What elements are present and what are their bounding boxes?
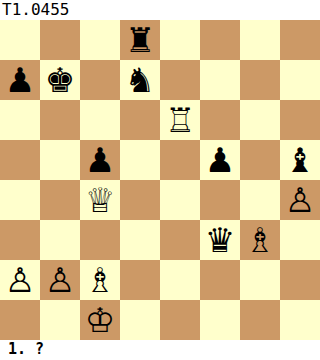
square-f7[interactable] [200, 60, 240, 100]
square-c7[interactable] [80, 60, 120, 100]
square-e1[interactable] [160, 300, 200, 340]
piece-white-pawn-b2[interactable]: ♙ [45, 260, 75, 300]
piece-black-rook-d8[interactable]: ♜ [125, 20, 155, 60]
square-g2[interactable] [240, 260, 280, 300]
square-b5[interactable] [40, 140, 80, 180]
square-f5[interactable]: ♟ [200, 140, 240, 180]
square-b1[interactable] [40, 300, 80, 340]
square-f6[interactable] [200, 100, 240, 140]
square-a1[interactable] [0, 300, 40, 340]
square-c5[interactable]: ♟ [80, 140, 120, 180]
square-d6[interactable] [120, 100, 160, 140]
square-a7[interactable]: ♟ [0, 60, 40, 100]
piece-black-pawn-f5[interactable]: ♟ [205, 140, 235, 180]
square-h3[interactable] [280, 220, 320, 260]
square-c4[interactable]: ♕ [80, 180, 120, 220]
chess-board: ♜♟♚♞♖♟♟♝♕♙♛♗♙♙♗♔ [0, 20, 320, 340]
piece-white-pawn-a2[interactable]: ♙ [5, 260, 35, 300]
square-f4[interactable] [200, 180, 240, 220]
square-c3[interactable] [80, 220, 120, 260]
piece-white-king-c1[interactable]: ♔ [85, 300, 115, 340]
square-b3[interactable] [40, 220, 80, 260]
square-b6[interactable] [40, 100, 80, 140]
piece-black-bishop-h5[interactable]: ♝ [285, 140, 315, 180]
square-g4[interactable] [240, 180, 280, 220]
square-a2[interactable]: ♙ [0, 260, 40, 300]
square-e4[interactable] [160, 180, 200, 220]
move-prompt: 1. ? [0, 340, 320, 360]
square-e3[interactable] [160, 220, 200, 260]
square-a8[interactable] [0, 20, 40, 60]
square-e7[interactable] [160, 60, 200, 100]
piece-black-pawn-c5[interactable]: ♟ [85, 140, 115, 180]
square-d2[interactable] [120, 260, 160, 300]
square-h5[interactable]: ♝ [280, 140, 320, 180]
square-a4[interactable] [0, 180, 40, 220]
square-h1[interactable] [280, 300, 320, 340]
square-b2[interactable]: ♙ [40, 260, 80, 300]
puzzle-id-label: T1.0455 [0, 0, 320, 20]
square-a5[interactable] [0, 140, 40, 180]
square-e2[interactable] [160, 260, 200, 300]
square-h4[interactable]: ♙ [280, 180, 320, 220]
square-f3[interactable]: ♛ [200, 220, 240, 260]
piece-white-bishop-c2[interactable]: ♗ [85, 260, 115, 300]
square-d8[interactable]: ♜ [120, 20, 160, 60]
square-c6[interactable] [80, 100, 120, 140]
square-d4[interactable] [120, 180, 160, 220]
square-d1[interactable] [120, 300, 160, 340]
piece-black-queen-f3[interactable]: ♛ [205, 220, 235, 260]
square-c8[interactable] [80, 20, 120, 60]
square-g1[interactable] [240, 300, 280, 340]
square-a3[interactable] [0, 220, 40, 260]
piece-white-rook-e6[interactable]: ♖ [165, 100, 195, 140]
square-h8[interactable] [280, 20, 320, 60]
square-c2[interactable]: ♗ [80, 260, 120, 300]
square-e6[interactable]: ♖ [160, 100, 200, 140]
piece-black-pawn-a7[interactable]: ♟ [5, 60, 35, 100]
piece-white-queen-c4[interactable]: ♕ [85, 180, 115, 220]
square-c1[interactable]: ♔ [80, 300, 120, 340]
square-g7[interactable] [240, 60, 280, 100]
square-d5[interactable] [120, 140, 160, 180]
square-h7[interactable] [280, 60, 320, 100]
square-b8[interactable] [40, 20, 80, 60]
square-f8[interactable] [200, 20, 240, 60]
square-b4[interactable] [40, 180, 80, 220]
square-a6[interactable] [0, 100, 40, 140]
square-b7[interactable]: ♚ [40, 60, 80, 100]
chess-puzzle-page: T1.0455 ♜♟♚♞♖♟♟♝♕♙♛♗♙♙♗♔ 1. ? [0, 0, 320, 360]
square-g3[interactable]: ♗ [240, 220, 280, 260]
piece-white-bishop-g3[interactable]: ♗ [245, 220, 275, 260]
square-g6[interactable] [240, 100, 280, 140]
square-f1[interactable] [200, 300, 240, 340]
piece-black-knight-d7[interactable]: ♞ [125, 60, 155, 100]
square-g5[interactable] [240, 140, 280, 180]
square-f2[interactable] [200, 260, 240, 300]
square-e5[interactable] [160, 140, 200, 180]
square-d7[interactable]: ♞ [120, 60, 160, 100]
square-h2[interactable] [280, 260, 320, 300]
square-h6[interactable] [280, 100, 320, 140]
square-d3[interactable] [120, 220, 160, 260]
piece-white-pawn-h4[interactable]: ♙ [285, 180, 315, 220]
square-g8[interactable] [240, 20, 280, 60]
piece-black-king-b7[interactable]: ♚ [45, 60, 75, 100]
square-e8[interactable] [160, 20, 200, 60]
